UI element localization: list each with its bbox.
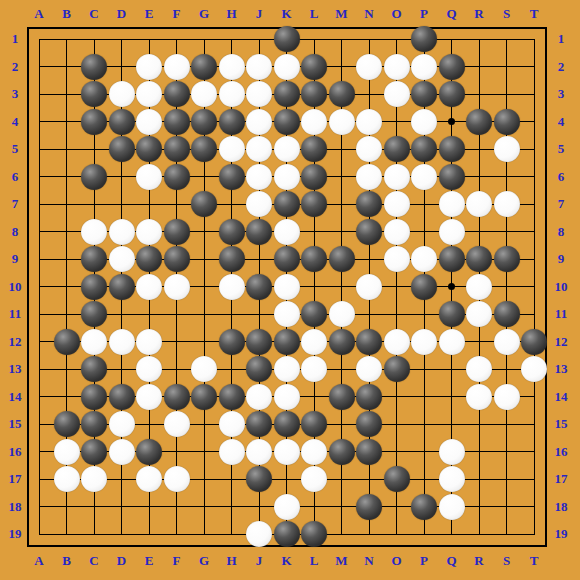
cell-S14[interactable] [493,383,521,411]
cell-R16[interactable] [465,438,493,466]
cell-E14[interactable] [135,383,163,411]
cell-A6[interactable] [25,163,53,191]
cell-F11[interactable] [163,300,191,328]
cell-K16[interactable] [273,438,301,466]
cell-H11[interactable] [218,300,246,328]
cell-S3[interactable] [493,80,521,108]
cell-D9[interactable] [108,245,136,273]
cell-T9[interactable] [520,245,548,273]
cell-M14[interactable] [328,383,356,411]
cell-E12[interactable] [135,328,163,356]
cell-A1[interactable] [25,25,53,53]
cell-A9[interactable] [25,245,53,273]
cell-K19[interactable] [273,520,301,548]
cell-O5[interactable] [383,135,411,163]
cell-R13[interactable] [465,355,493,383]
cell-A3[interactable] [25,80,53,108]
cell-G17[interactable] [190,465,218,493]
cell-Q6[interactable] [438,163,466,191]
cell-F13[interactable] [163,355,191,383]
cell-Q18[interactable] [438,493,466,521]
cell-O6[interactable] [383,163,411,191]
cell-G18[interactable] [190,493,218,521]
cell-P6[interactable] [410,163,438,191]
cell-G15[interactable] [190,410,218,438]
cell-M16[interactable] [328,438,356,466]
cell-S11[interactable] [493,300,521,328]
cell-J14[interactable] [245,383,273,411]
cell-G3[interactable] [190,80,218,108]
cell-K9[interactable] [273,245,301,273]
cell-L14[interactable] [300,383,328,411]
cell-N2[interactable] [355,53,383,81]
cell-Q12[interactable] [438,328,466,356]
cell-G14[interactable] [190,383,218,411]
cell-F2[interactable] [163,53,191,81]
cell-Q13[interactable] [438,355,466,383]
cell-K13[interactable] [273,355,301,383]
cell-A11[interactable] [25,300,53,328]
cell-P9[interactable] [410,245,438,273]
cell-S5[interactable] [493,135,521,163]
cell-L1[interactable] [300,25,328,53]
cell-N11[interactable] [355,300,383,328]
cell-E13[interactable] [135,355,163,383]
cell-Q8[interactable] [438,218,466,246]
cell-E10[interactable] [135,273,163,301]
cell-P2[interactable] [410,53,438,81]
cell-A18[interactable] [25,493,53,521]
cell-M7[interactable] [328,190,356,218]
cell-G16[interactable] [190,438,218,466]
cell-J11[interactable] [245,300,273,328]
cell-H4[interactable] [218,108,246,136]
cell-J5[interactable] [245,135,273,163]
cell-O4[interactable] [383,108,411,136]
cell-P8[interactable] [410,218,438,246]
cell-B7[interactable] [53,190,81,218]
cell-N1[interactable] [355,25,383,53]
cell-T11[interactable] [520,300,548,328]
cell-B6[interactable] [53,163,81,191]
cell-S18[interactable] [493,493,521,521]
cell-O1[interactable] [383,25,411,53]
cell-B2[interactable] [53,53,81,81]
cell-K11[interactable] [273,300,301,328]
cell-Q11[interactable] [438,300,466,328]
cell-M11[interactable] [328,300,356,328]
cell-J7[interactable] [245,190,273,218]
cell-O9[interactable] [383,245,411,273]
cell-C4[interactable] [80,108,108,136]
cell-T10[interactable] [520,273,548,301]
cell-S6[interactable] [493,163,521,191]
cell-A8[interactable] [25,218,53,246]
cell-S17[interactable] [493,465,521,493]
cell-P14[interactable] [410,383,438,411]
cell-E19[interactable] [135,520,163,548]
cell-K1[interactable] [273,25,301,53]
cell-K3[interactable] [273,80,301,108]
cell-L9[interactable] [300,245,328,273]
cell-Q2[interactable] [438,53,466,81]
cell-T8[interactable] [520,218,548,246]
cell-T17[interactable] [520,465,548,493]
cell-T13[interactable] [520,355,548,383]
cell-O15[interactable] [383,410,411,438]
cell-T2[interactable] [520,53,548,81]
cell-E6[interactable] [135,163,163,191]
cell-O17[interactable] [383,465,411,493]
cell-P16[interactable] [410,438,438,466]
cell-G1[interactable] [190,25,218,53]
cell-F14[interactable] [163,383,191,411]
cell-M13[interactable] [328,355,356,383]
cell-N14[interactable] [355,383,383,411]
cell-B15[interactable] [53,410,81,438]
cell-M10[interactable] [328,273,356,301]
cell-O3[interactable] [383,80,411,108]
cell-G8[interactable] [190,218,218,246]
cell-D19[interactable] [108,520,136,548]
cell-Q3[interactable] [438,80,466,108]
cell-T19[interactable] [520,520,548,548]
cell-E17[interactable] [135,465,163,493]
cell-J19[interactable] [245,520,273,548]
cell-H9[interactable] [218,245,246,273]
cell-D11[interactable] [108,300,136,328]
cell-Q1[interactable] [438,25,466,53]
cell-M18[interactable] [328,493,356,521]
cell-K12[interactable] [273,328,301,356]
cell-H10[interactable] [218,273,246,301]
cell-J12[interactable] [245,328,273,356]
cell-P18[interactable] [410,493,438,521]
cell-M17[interactable] [328,465,356,493]
cell-J18[interactable] [245,493,273,521]
cell-S16[interactable] [493,438,521,466]
cell-C18[interactable] [80,493,108,521]
cell-K5[interactable] [273,135,301,163]
cell-J1[interactable] [245,25,273,53]
cell-G2[interactable] [190,53,218,81]
cell-E2[interactable] [135,53,163,81]
cell-K14[interactable] [273,383,301,411]
cell-O12[interactable] [383,328,411,356]
cell-N8[interactable] [355,218,383,246]
cell-D3[interactable] [108,80,136,108]
cell-D15[interactable] [108,410,136,438]
cell-F15[interactable] [163,410,191,438]
cell-F16[interactable] [163,438,191,466]
cell-E16[interactable] [135,438,163,466]
cell-R4[interactable] [465,108,493,136]
cell-F4[interactable] [163,108,191,136]
cell-H12[interactable] [218,328,246,356]
cell-R18[interactable] [465,493,493,521]
cell-C16[interactable] [80,438,108,466]
cell-N19[interactable] [355,520,383,548]
cell-C2[interactable] [80,53,108,81]
cell-G19[interactable] [190,520,218,548]
cell-D8[interactable] [108,218,136,246]
cell-O19[interactable] [383,520,411,548]
cell-K4[interactable] [273,108,301,136]
cell-L12[interactable] [300,328,328,356]
cell-M9[interactable] [328,245,356,273]
cell-M8[interactable] [328,218,356,246]
cell-O18[interactable] [383,493,411,521]
cell-L10[interactable] [300,273,328,301]
cell-A10[interactable] [25,273,53,301]
cell-P15[interactable] [410,410,438,438]
cell-G5[interactable] [190,135,218,163]
cell-C11[interactable] [80,300,108,328]
cell-S13[interactable] [493,355,521,383]
cell-C9[interactable] [80,245,108,273]
cell-C10[interactable] [80,273,108,301]
cell-Q5[interactable] [438,135,466,163]
cell-R5[interactable] [465,135,493,163]
cell-B12[interactable] [53,328,81,356]
cell-G13[interactable] [190,355,218,383]
cell-D6[interactable] [108,163,136,191]
cell-A5[interactable] [25,135,53,163]
cell-N4[interactable] [355,108,383,136]
cell-R19[interactable] [465,520,493,548]
cell-H17[interactable] [218,465,246,493]
cell-Q16[interactable] [438,438,466,466]
cell-A17[interactable] [25,465,53,493]
cell-J8[interactable] [245,218,273,246]
cell-L4[interactable] [300,108,328,136]
cell-C14[interactable] [80,383,108,411]
cell-T16[interactable] [520,438,548,466]
cell-T14[interactable] [520,383,548,411]
cell-D4[interactable] [108,108,136,136]
cell-Q4[interactable] [438,108,466,136]
cell-F3[interactable] [163,80,191,108]
cell-B18[interactable] [53,493,81,521]
cell-P10[interactable] [410,273,438,301]
cell-H19[interactable] [218,520,246,548]
cell-N10[interactable] [355,273,383,301]
cell-M5[interactable] [328,135,356,163]
cell-F17[interactable] [163,465,191,493]
cell-J17[interactable] [245,465,273,493]
cell-K18[interactable] [273,493,301,521]
cell-N7[interactable] [355,190,383,218]
cell-G6[interactable] [190,163,218,191]
cell-R14[interactable] [465,383,493,411]
cell-Q17[interactable] [438,465,466,493]
cell-H18[interactable] [218,493,246,521]
cell-J6[interactable] [245,163,273,191]
cell-B17[interactable] [53,465,81,493]
cell-K15[interactable] [273,410,301,438]
cell-F18[interactable] [163,493,191,521]
cell-E11[interactable] [135,300,163,328]
cell-E3[interactable] [135,80,163,108]
cell-K2[interactable] [273,53,301,81]
cell-M19[interactable] [328,520,356,548]
cell-C13[interactable] [80,355,108,383]
cell-N3[interactable] [355,80,383,108]
cell-O16[interactable] [383,438,411,466]
cell-B10[interactable] [53,273,81,301]
cell-R10[interactable] [465,273,493,301]
cell-L2[interactable] [300,53,328,81]
cell-Q10[interactable] [438,273,466,301]
cell-L5[interactable] [300,135,328,163]
cell-H2[interactable] [218,53,246,81]
cell-H16[interactable] [218,438,246,466]
cell-B5[interactable] [53,135,81,163]
cell-A16[interactable] [25,438,53,466]
cell-J4[interactable] [245,108,273,136]
cell-F9[interactable] [163,245,191,273]
cell-N12[interactable] [355,328,383,356]
cell-L7[interactable] [300,190,328,218]
cell-P4[interactable] [410,108,438,136]
cell-S10[interactable] [493,273,521,301]
cell-A14[interactable] [25,383,53,411]
cell-P19[interactable] [410,520,438,548]
cell-J3[interactable] [245,80,273,108]
cell-Q9[interactable] [438,245,466,273]
cell-F10[interactable] [163,273,191,301]
cell-S12[interactable] [493,328,521,356]
cell-E5[interactable] [135,135,163,163]
cell-D12[interactable] [108,328,136,356]
cell-J16[interactable] [245,438,273,466]
cell-B16[interactable] [53,438,81,466]
cell-L6[interactable] [300,163,328,191]
cell-D18[interactable] [108,493,136,521]
cell-D10[interactable] [108,273,136,301]
cell-O8[interactable] [383,218,411,246]
cell-F1[interactable] [163,25,191,53]
cell-M3[interactable] [328,80,356,108]
cell-T15[interactable] [520,410,548,438]
cell-D14[interactable] [108,383,136,411]
cell-G11[interactable] [190,300,218,328]
cell-H13[interactable] [218,355,246,383]
cell-S1[interactable] [493,25,521,53]
cell-L13[interactable] [300,355,328,383]
cell-S15[interactable] [493,410,521,438]
cell-M2[interactable] [328,53,356,81]
cell-T18[interactable] [520,493,548,521]
cell-R3[interactable] [465,80,493,108]
cell-G4[interactable] [190,108,218,136]
cell-B4[interactable] [53,108,81,136]
cell-A19[interactable] [25,520,53,548]
cell-H15[interactable] [218,410,246,438]
cell-D5[interactable] [108,135,136,163]
cell-A7[interactable] [25,190,53,218]
cell-F12[interactable] [163,328,191,356]
cell-K7[interactable] [273,190,301,218]
cell-N16[interactable] [355,438,383,466]
cell-B3[interactable] [53,80,81,108]
cell-K10[interactable] [273,273,301,301]
cell-E9[interactable] [135,245,163,273]
cell-C8[interactable] [80,218,108,246]
cell-M15[interactable] [328,410,356,438]
cell-G12[interactable] [190,328,218,356]
cell-O11[interactable] [383,300,411,328]
cell-C12[interactable] [80,328,108,356]
cell-K17[interactable] [273,465,301,493]
cell-A13[interactable] [25,355,53,383]
cell-H14[interactable] [218,383,246,411]
cell-O7[interactable] [383,190,411,218]
cell-C1[interactable] [80,25,108,53]
cell-L16[interactable] [300,438,328,466]
cell-M4[interactable] [328,108,356,136]
cell-O10[interactable] [383,273,411,301]
cell-H3[interactable] [218,80,246,108]
cell-P13[interactable] [410,355,438,383]
cell-B19[interactable] [53,520,81,548]
cell-R12[interactable] [465,328,493,356]
cell-E7[interactable] [135,190,163,218]
cell-D17[interactable] [108,465,136,493]
cell-E15[interactable] [135,410,163,438]
cell-K6[interactable] [273,163,301,191]
cell-M12[interactable] [328,328,356,356]
cell-L3[interactable] [300,80,328,108]
cell-A2[interactable] [25,53,53,81]
cell-T6[interactable] [520,163,548,191]
cell-B1[interactable] [53,25,81,53]
cell-O2[interactable] [383,53,411,81]
cell-C19[interactable] [80,520,108,548]
cell-T7[interactable] [520,190,548,218]
cell-T5[interactable] [520,135,548,163]
cell-H5[interactable] [218,135,246,163]
cell-B8[interactable] [53,218,81,246]
cell-S4[interactable] [493,108,521,136]
cell-B9[interactable] [53,245,81,273]
cell-T3[interactable] [520,80,548,108]
cell-C17[interactable] [80,465,108,493]
cell-T12[interactable] [520,328,548,356]
cell-L18[interactable] [300,493,328,521]
cell-J13[interactable] [245,355,273,383]
cell-P3[interactable] [410,80,438,108]
cell-P17[interactable] [410,465,438,493]
cell-P1[interactable] [410,25,438,53]
cell-S7[interactable] [493,190,521,218]
cell-G7[interactable] [190,190,218,218]
cell-G9[interactable] [190,245,218,273]
cell-B13[interactable] [53,355,81,383]
cell-E4[interactable] [135,108,163,136]
cell-R11[interactable] [465,300,493,328]
cell-A15[interactable] [25,410,53,438]
cell-N15[interactable] [355,410,383,438]
cell-S8[interactable] [493,218,521,246]
cell-T4[interactable] [520,108,548,136]
cell-R1[interactable] [465,25,493,53]
cell-P5[interactable] [410,135,438,163]
cell-D1[interactable] [108,25,136,53]
cell-L19[interactable] [300,520,328,548]
cell-S2[interactable] [493,53,521,81]
cell-K8[interactable] [273,218,301,246]
